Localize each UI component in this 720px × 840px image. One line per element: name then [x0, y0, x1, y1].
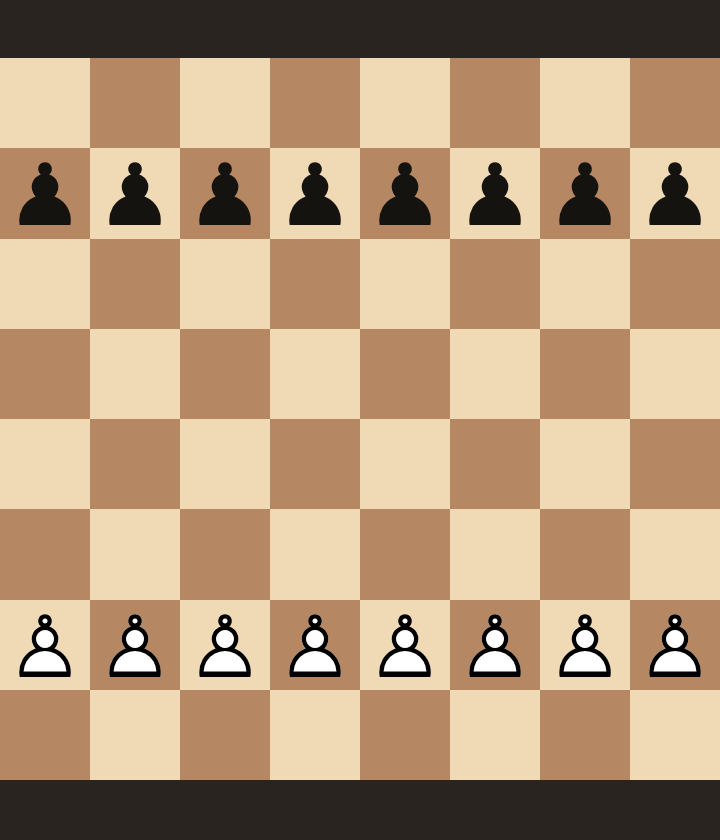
square-f3[interactable]	[450, 509, 540, 599]
square-h3[interactable]	[630, 509, 720, 599]
square-b7[interactable]: ♟	[90, 148, 180, 238]
square-a1[interactable]	[0, 690, 90, 780]
black-pawn-glyph: ♟	[96, 150, 173, 238]
square-g4[interactable]	[540, 419, 630, 509]
square-c5[interactable]	[180, 329, 270, 419]
square-f6[interactable]	[450, 239, 540, 329]
black-pawn-glyph: ♟	[276, 150, 353, 238]
black-pawn[interactable]: ♟	[456, 150, 533, 238]
square-a7[interactable]: ♟	[0, 148, 90, 238]
black-pawn[interactable]: ♟	[546, 150, 623, 238]
square-f8[interactable]	[450, 58, 540, 148]
square-a8[interactable]	[0, 58, 90, 148]
square-d1[interactable]	[270, 690, 360, 780]
black-pawn-glyph: ♟	[366, 150, 443, 238]
black-pawn-glyph: ♟	[6, 150, 83, 238]
square-c2[interactable]: ♟♙	[180, 600, 270, 690]
square-h4[interactable]	[630, 419, 720, 509]
square-h2[interactable]: ♟♙	[630, 600, 720, 690]
square-b8[interactable]	[90, 58, 180, 148]
square-f7[interactable]: ♟	[450, 148, 540, 238]
square-d8[interactable]	[270, 58, 360, 148]
square-b1[interactable]	[90, 690, 180, 780]
square-d3[interactable]	[270, 509, 360, 599]
square-e8[interactable]	[360, 58, 450, 148]
bottom-bar	[0, 780, 720, 840]
white-pawn[interactable]: ♟♙	[96, 602, 173, 690]
black-pawn[interactable]: ♟	[276, 150, 353, 238]
square-g5[interactable]	[540, 329, 630, 419]
black-pawn[interactable]: ♟	[186, 150, 263, 238]
square-c3[interactable]	[180, 509, 270, 599]
chess-board: ♟♟♟♟♟♟♟♟♟♙♟♙♟♙♟♙♟♙♟♙♟♙♟♙	[0, 58, 720, 780]
square-e5[interactable]	[360, 329, 450, 419]
white-pawn-outline-glyph: ♙	[546, 602, 623, 690]
white-pawn[interactable]: ♟♙	[636, 602, 713, 690]
square-b3[interactable]	[90, 509, 180, 599]
square-g2[interactable]: ♟♙	[540, 600, 630, 690]
square-h5[interactable]	[630, 329, 720, 419]
square-h6[interactable]	[630, 239, 720, 329]
square-e3[interactable]	[360, 509, 450, 599]
black-pawn-glyph: ♟	[636, 150, 713, 238]
white-pawn-outline-glyph: ♙	[636, 602, 713, 690]
square-e7[interactable]: ♟	[360, 148, 450, 238]
square-h1[interactable]	[630, 690, 720, 780]
square-f2[interactable]: ♟♙	[450, 600, 540, 690]
black-pawn[interactable]: ♟	[366, 150, 443, 238]
white-pawn[interactable]: ♟♙	[186, 602, 263, 690]
square-c8[interactable]	[180, 58, 270, 148]
white-pawn-outline-glyph: ♙	[456, 602, 533, 690]
white-pawn-outline-glyph: ♙	[366, 602, 443, 690]
square-a5[interactable]	[0, 329, 90, 419]
square-d4[interactable]	[270, 419, 360, 509]
square-b4[interactable]	[90, 419, 180, 509]
square-e6[interactable]	[360, 239, 450, 329]
white-pawn[interactable]: ♟♙	[456, 602, 533, 690]
black-pawn-glyph: ♟	[546, 150, 623, 238]
square-c4[interactable]	[180, 419, 270, 509]
square-a4[interactable]	[0, 419, 90, 509]
square-e1[interactable]	[360, 690, 450, 780]
square-g8[interactable]	[540, 58, 630, 148]
square-b2[interactable]: ♟♙	[90, 600, 180, 690]
square-e2[interactable]: ♟♙	[360, 600, 450, 690]
square-d7[interactable]: ♟	[270, 148, 360, 238]
square-h7[interactable]: ♟	[630, 148, 720, 238]
top-bar	[0, 0, 720, 58]
square-c1[interactable]	[180, 690, 270, 780]
square-a2[interactable]: ♟♙	[0, 600, 90, 690]
square-g7[interactable]: ♟	[540, 148, 630, 238]
white-pawn[interactable]: ♟♙	[6, 602, 83, 690]
square-c6[interactable]	[180, 239, 270, 329]
square-d5[interactable]	[270, 329, 360, 419]
white-pawn-outline-glyph: ♙	[6, 602, 83, 690]
square-b6[interactable]	[90, 239, 180, 329]
black-pawn[interactable]: ♟	[96, 150, 173, 238]
white-pawn-outline-glyph: ♙	[96, 602, 173, 690]
white-pawn-outline-glyph: ♙	[186, 602, 263, 690]
white-pawn[interactable]: ♟♙	[546, 602, 623, 690]
square-f1[interactable]	[450, 690, 540, 780]
square-f5[interactable]	[450, 329, 540, 419]
chess-app-window: ♟♟♟♟♟♟♟♟♟♙♟♙♟♙♟♙♟♙♟♙♟♙♟♙	[0, 0, 720, 840]
square-g1[interactable]	[540, 690, 630, 780]
square-d6[interactable]	[270, 239, 360, 329]
black-pawn[interactable]: ♟	[6, 150, 83, 238]
black-pawn-glyph: ♟	[186, 150, 263, 238]
white-pawn[interactable]: ♟♙	[276, 602, 353, 690]
square-e4[interactable]	[360, 419, 450, 509]
square-c7[interactable]: ♟	[180, 148, 270, 238]
square-b5[interactable]	[90, 329, 180, 419]
square-g6[interactable]	[540, 239, 630, 329]
square-g3[interactable]	[540, 509, 630, 599]
square-f4[interactable]	[450, 419, 540, 509]
square-d2[interactable]: ♟♙	[270, 600, 360, 690]
square-a3[interactable]	[0, 509, 90, 599]
square-a6[interactable]	[0, 239, 90, 329]
black-pawn-glyph: ♟	[456, 150, 533, 238]
square-h8[interactable]	[630, 58, 720, 148]
white-pawn-outline-glyph: ♙	[276, 602, 353, 690]
white-pawn[interactable]: ♟♙	[366, 602, 443, 690]
black-pawn[interactable]: ♟	[636, 150, 713, 238]
